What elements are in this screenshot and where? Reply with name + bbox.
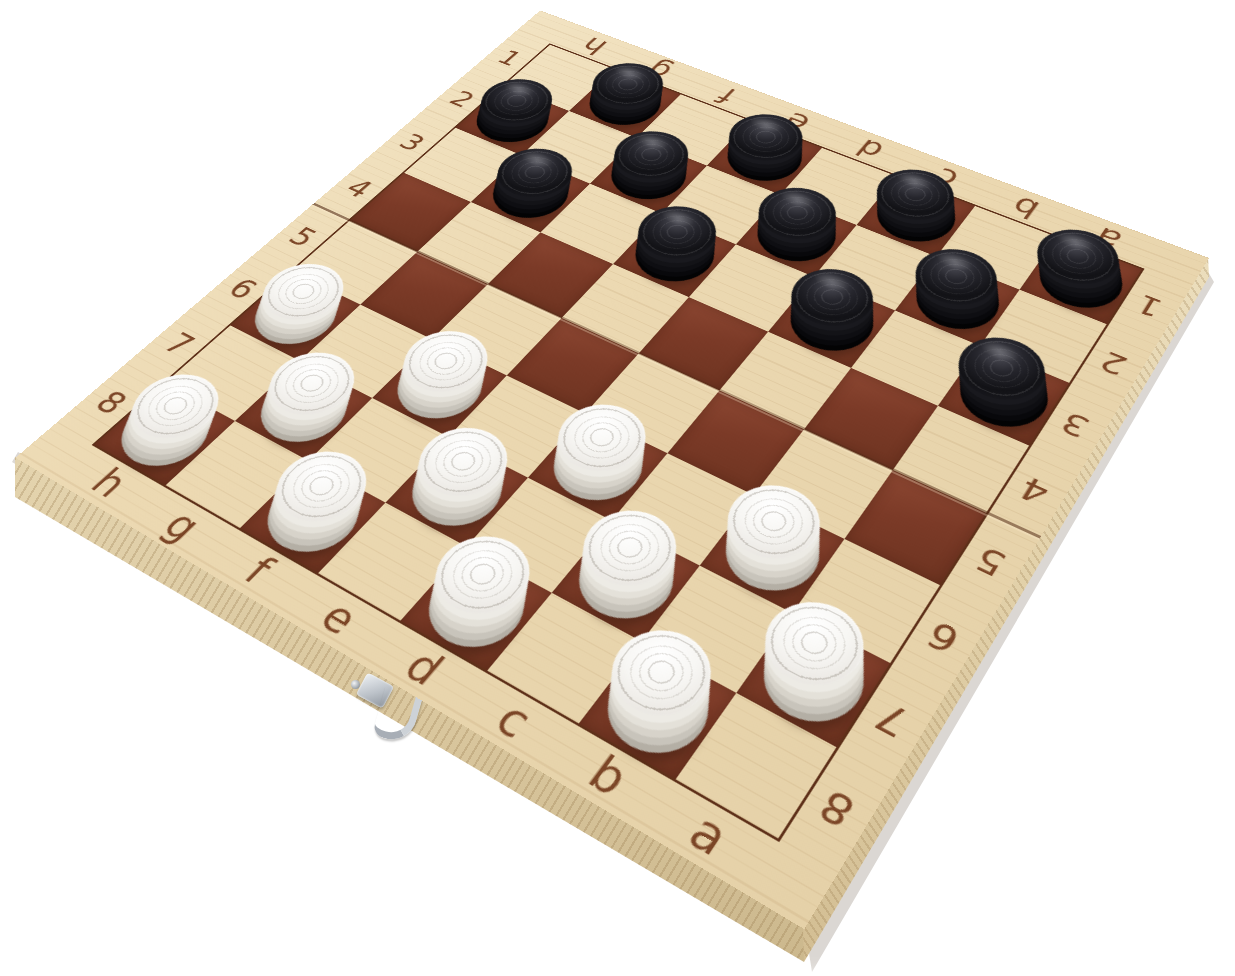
playing-area: ⛂⛂⛂⛂⛂⛂⛂⛂⛂⛂⛂⛂⛀⛀⛀⛀⛀⛀⛀⛀⛀⛀⛀⛀ — [95, 45, 1142, 839]
product-photo-stage: hgfedcba hgfedcba 12345678 12345678 ⛂⛂⛂⛂… — [0, 0, 1235, 976]
checkers-board: hgfedcba hgfedcba 12345678 12345678 ⛂⛂⛂⛂… — [95, 45, 1142, 839]
